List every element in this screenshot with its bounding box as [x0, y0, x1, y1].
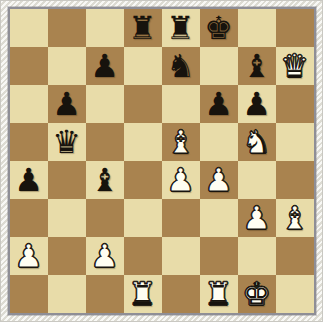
square-e1[interactable] — [162, 275, 200, 313]
square-g3[interactable]: ♟ — [238, 199, 276, 237]
square-a3[interactable] — [10, 199, 48, 237]
square-b3[interactable] — [48, 199, 86, 237]
square-f5[interactable] — [200, 123, 238, 161]
square-a7[interactable] — [10, 47, 48, 85]
square-e5[interactable]: ♝ — [162, 123, 200, 161]
white-pawn[interactable]: ♟ — [238, 199, 276, 237]
square-b4[interactable] — [48, 161, 86, 199]
square-d7[interactable] — [124, 47, 162, 85]
square-g5[interactable]: ♞ — [238, 123, 276, 161]
square-g1[interactable]: ♚ — [238, 275, 276, 313]
white-pawn[interactable]: ♟ — [162, 161, 200, 199]
white-rook[interactable]: ♜ — [200, 275, 238, 313]
black-bishop[interactable]: ♝ — [86, 161, 124, 199]
square-d1[interactable]: ♜ — [124, 275, 162, 313]
square-d3[interactable] — [124, 199, 162, 237]
board-frame: ♜♜♚♟♞♝♛♟♟♟♛♝♞♟♝♟♟♟♝♟♟♜♜♚ — [0, 0, 323, 322]
square-h7[interactable]: ♛ — [276, 47, 314, 85]
white-queen[interactable]: ♛ — [276, 47, 314, 85]
square-b5[interactable]: ♛ — [48, 123, 86, 161]
square-a1[interactable] — [10, 275, 48, 313]
square-c7[interactable]: ♟ — [86, 47, 124, 85]
square-c5[interactable] — [86, 123, 124, 161]
square-c2[interactable]: ♟ — [86, 237, 124, 275]
white-bishop[interactable]: ♝ — [162, 123, 200, 161]
square-b7[interactable] — [48, 47, 86, 85]
black-rook[interactable]: ♜ — [124, 9, 162, 47]
black-pawn[interactable]: ♟ — [200, 85, 238, 123]
black-pawn[interactable]: ♟ — [86, 47, 124, 85]
square-b8[interactable] — [48, 9, 86, 47]
square-g7[interactable]: ♝ — [238, 47, 276, 85]
square-g2[interactable] — [238, 237, 276, 275]
square-d4[interactable] — [124, 161, 162, 199]
square-f2[interactable] — [200, 237, 238, 275]
square-a6[interactable] — [10, 85, 48, 123]
chess-board: ♜♜♚♟♞♝♛♟♟♟♛♝♞♟♝♟♟♟♝♟♟♜♜♚ — [8, 7, 316, 315]
square-c1[interactable] — [86, 275, 124, 313]
square-f1[interactable]: ♜ — [200, 275, 238, 313]
black-rook[interactable]: ♜ — [162, 9, 200, 47]
square-c6[interactable] — [86, 85, 124, 123]
black-pawn[interactable]: ♟ — [10, 161, 48, 199]
square-d2[interactable] — [124, 237, 162, 275]
square-h8[interactable] — [276, 9, 314, 47]
square-b2[interactable] — [48, 237, 86, 275]
square-g8[interactable] — [238, 9, 276, 47]
square-c4[interactable]: ♝ — [86, 161, 124, 199]
square-b1[interactable] — [48, 275, 86, 313]
square-e3[interactable] — [162, 199, 200, 237]
square-e6[interactable] — [162, 85, 200, 123]
square-a8[interactable] — [10, 9, 48, 47]
black-bishop[interactable]: ♝ — [238, 47, 276, 85]
square-e2[interactable] — [162, 237, 200, 275]
square-f6[interactable]: ♟ — [200, 85, 238, 123]
square-a2[interactable]: ♟ — [10, 237, 48, 275]
square-e4[interactable]: ♟ — [162, 161, 200, 199]
white-pawn[interactable]: ♟ — [86, 237, 124, 275]
square-a5[interactable] — [10, 123, 48, 161]
white-rook[interactable]: ♜ — [124, 275, 162, 313]
square-d8[interactable]: ♜ — [124, 9, 162, 47]
white-pawn[interactable]: ♟ — [10, 237, 48, 275]
black-pawn[interactable]: ♟ — [238, 85, 276, 123]
square-f7[interactable] — [200, 47, 238, 85]
square-h1[interactable] — [276, 275, 314, 313]
square-h5[interactable] — [276, 123, 314, 161]
square-d6[interactable] — [124, 85, 162, 123]
square-e8[interactable]: ♜ — [162, 9, 200, 47]
black-queen[interactable]: ♛ — [48, 123, 86, 161]
square-h4[interactable] — [276, 161, 314, 199]
white-knight[interactable]: ♞ — [238, 123, 276, 161]
square-g4[interactable] — [238, 161, 276, 199]
white-pawn[interactable]: ♟ — [200, 161, 238, 199]
square-c8[interactable] — [86, 9, 124, 47]
black-pawn[interactable]: ♟ — [48, 85, 86, 123]
square-h6[interactable] — [276, 85, 314, 123]
white-bishop[interactable]: ♝ — [276, 199, 314, 237]
square-c3[interactable] — [86, 199, 124, 237]
square-h2[interactable] — [276, 237, 314, 275]
square-f3[interactable] — [200, 199, 238, 237]
black-king[interactable]: ♚ — [200, 9, 238, 47]
square-f4[interactable]: ♟ — [200, 161, 238, 199]
square-d5[interactable] — [124, 123, 162, 161]
white-king[interactable]: ♚ — [238, 275, 276, 313]
square-b6[interactable]: ♟ — [48, 85, 86, 123]
square-a4[interactable]: ♟ — [10, 161, 48, 199]
square-e7[interactable]: ♞ — [162, 47, 200, 85]
square-g6[interactable]: ♟ — [238, 85, 276, 123]
square-f8[interactable]: ♚ — [200, 9, 238, 47]
black-knight[interactable]: ♞ — [162, 47, 200, 85]
square-h3[interactable]: ♝ — [276, 199, 314, 237]
